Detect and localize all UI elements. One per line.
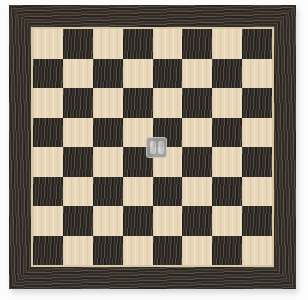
- square-d7: [123, 59, 153, 89]
- square-e2: [153, 206, 183, 236]
- square-f6: [182, 88, 212, 118]
- square-d6: [123, 88, 153, 118]
- square-g7: [212, 59, 242, 89]
- square-g4: [212, 147, 242, 177]
- square-c3: [93, 177, 123, 207]
- square-f4: [182, 147, 212, 177]
- square-a5: [33, 118, 63, 148]
- square-f3: [182, 177, 212, 207]
- placeholder-right-bar: [158, 141, 164, 154]
- square-c5: [93, 118, 123, 148]
- square-a6: [33, 88, 63, 118]
- square-b1: [63, 236, 93, 266]
- frame-left-rail: [9, 5, 31, 289]
- square-c4: [93, 147, 123, 177]
- square-f2: [182, 206, 212, 236]
- placeholder-left-bar: [150, 141, 156, 154]
- square-d1: [123, 236, 153, 266]
- image-placeholder-icon: [146, 137, 167, 158]
- square-a3: [33, 177, 63, 207]
- frame-bottom-rail: [9, 267, 296, 289]
- square-e6: [153, 88, 183, 118]
- square-c8: [93, 29, 123, 59]
- square-b8: [63, 29, 93, 59]
- square-f1: [182, 236, 212, 266]
- square-b2: [63, 206, 93, 236]
- square-h7: [242, 59, 272, 89]
- square-d8: [123, 29, 153, 59]
- square-f5: [182, 118, 212, 148]
- square-h1: [242, 236, 272, 266]
- square-h2: [242, 206, 272, 236]
- square-e7: [153, 59, 183, 89]
- square-e8: [153, 29, 183, 59]
- square-d3: [123, 177, 153, 207]
- square-a7: [33, 59, 63, 89]
- square-g2: [212, 206, 242, 236]
- square-g8: [212, 29, 242, 59]
- square-a2: [33, 206, 63, 236]
- chess-board-photo: [0, 0, 308, 300]
- square-a8: [33, 29, 63, 59]
- square-f8: [182, 29, 212, 59]
- square-f7: [182, 59, 212, 89]
- square-b6: [63, 88, 93, 118]
- square-g6: [212, 88, 242, 118]
- frame-top-rail: [9, 5, 296, 27]
- square-c6: [93, 88, 123, 118]
- square-a4: [33, 147, 63, 177]
- frame-right-rail: [274, 5, 296, 289]
- square-h8: [242, 29, 272, 59]
- square-g1: [212, 236, 242, 266]
- square-b3: [63, 177, 93, 207]
- square-h4: [242, 147, 272, 177]
- square-b4: [63, 147, 93, 177]
- square-b7: [63, 59, 93, 89]
- square-h5: [242, 118, 272, 148]
- square-b5: [63, 118, 93, 148]
- square-c2: [93, 206, 123, 236]
- square-c1: [93, 236, 123, 266]
- square-e1: [153, 236, 183, 266]
- square-h6: [242, 88, 272, 118]
- square-g5: [212, 118, 242, 148]
- square-c7: [93, 59, 123, 89]
- square-g3: [212, 177, 242, 207]
- square-e3: [153, 177, 183, 207]
- square-a1: [33, 236, 63, 266]
- square-d2: [123, 206, 153, 236]
- square-h3: [242, 177, 272, 207]
